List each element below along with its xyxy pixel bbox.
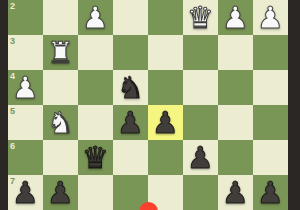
square-e4[interactable]: ♞: [113, 70, 148, 105]
square-a7[interactable]: ♟: [253, 175, 288, 210]
square-d3[interactable]: [148, 35, 183, 70]
square-h3[interactable]: 3: [8, 35, 43, 70]
white-pawn-h4[interactable]: ♟: [12, 70, 39, 105]
square-a4[interactable]: [253, 70, 288, 105]
white-rook-g3[interactable]: ♜: [47, 35, 74, 70]
black-pawn-c6[interactable]: ♟: [187, 140, 214, 175]
black-pawn-g7[interactable]: ♟: [47, 175, 74, 210]
black-pawn-e5[interactable]: ♟: [117, 105, 144, 140]
square-f5[interactable]: [78, 105, 113, 140]
chess-app-board-crop: 2♟♛♟♟3♜4♟♞5♞♟♟6♛♟7♟♟♟♟: [0, 0, 300, 210]
square-b4[interactable]: [218, 70, 253, 105]
square-d5[interactable]: ♟: [148, 105, 183, 140]
square-e6[interactable]: [113, 140, 148, 175]
white-pawn-f2[interactable]: ♟: [82, 0, 109, 35]
black-knight-e4[interactable]: ♞: [117, 70, 144, 105]
square-c3[interactable]: [183, 35, 218, 70]
square-d4[interactable]: [148, 70, 183, 105]
black-pawn-h7[interactable]: ♟: [12, 175, 39, 210]
square-c7[interactable]: [183, 175, 218, 210]
square-f4[interactable]: [78, 70, 113, 105]
square-a6[interactable]: [253, 140, 288, 175]
square-g4[interactable]: [43, 70, 78, 105]
square-c2[interactable]: ♛: [183, 0, 218, 35]
square-d6[interactable]: [148, 140, 183, 175]
white-pawn-a2[interactable]: ♟: [257, 0, 284, 35]
square-h6[interactable]: 6: [8, 140, 43, 175]
square-g6[interactable]: [43, 140, 78, 175]
square-b3[interactable]: [218, 35, 253, 70]
square-h5[interactable]: 5: [8, 105, 43, 140]
square-a5[interactable]: [253, 105, 288, 140]
square-e3[interactable]: [113, 35, 148, 70]
rank-label-6: 6: [10, 141, 15, 151]
square-h7[interactable]: 7♟: [8, 175, 43, 210]
square-b6[interactable]: [218, 140, 253, 175]
white-queen-c2[interactable]: ♛: [187, 0, 214, 35]
square-e5[interactable]: ♟: [113, 105, 148, 140]
black-pawn-d5[interactable]: ♟: [152, 105, 179, 140]
square-a3[interactable]: [253, 35, 288, 70]
square-e2[interactable]: [113, 0, 148, 35]
square-h2[interactable]: 2: [8, 0, 43, 35]
square-b5[interactable]: [218, 105, 253, 140]
square-c6[interactable]: ♟: [183, 140, 218, 175]
square-b2[interactable]: ♟: [218, 0, 253, 35]
square-c4[interactable]: [183, 70, 218, 105]
square-f7[interactable]: [78, 175, 113, 210]
black-queen-f6[interactable]: ♛: [82, 140, 109, 175]
rank-label-5: 5: [10, 106, 15, 116]
rank-label-2: 2: [10, 1, 15, 11]
white-pawn-b2[interactable]: ♟: [222, 0, 249, 35]
square-c5[interactable]: [183, 105, 218, 140]
square-b7[interactable]: ♟: [218, 175, 253, 210]
square-f2[interactable]: ♟: [78, 0, 113, 35]
square-d2[interactable]: [148, 0, 183, 35]
square-a2[interactable]: ♟: [253, 0, 288, 35]
square-g5[interactable]: ♞: [43, 105, 78, 140]
square-f3[interactable]: [78, 35, 113, 70]
black-pawn-b7[interactable]: ♟: [222, 175, 249, 210]
square-f6[interactable]: ♛: [78, 140, 113, 175]
white-knight-g5[interactable]: ♞: [47, 105, 74, 140]
square-h4[interactable]: 4♟: [8, 70, 43, 105]
square-g3[interactable]: ♜: [43, 35, 78, 70]
square-g7[interactable]: ♟: [43, 175, 78, 210]
square-g2[interactable]: [43, 0, 78, 35]
rank-label-3: 3: [10, 36, 15, 46]
black-pawn-a7[interactable]: ♟: [257, 175, 284, 210]
chess-board: 2♟♛♟♟3♜4♟♞5♞♟♟6♛♟7♟♟♟♟: [8, 0, 288, 210]
